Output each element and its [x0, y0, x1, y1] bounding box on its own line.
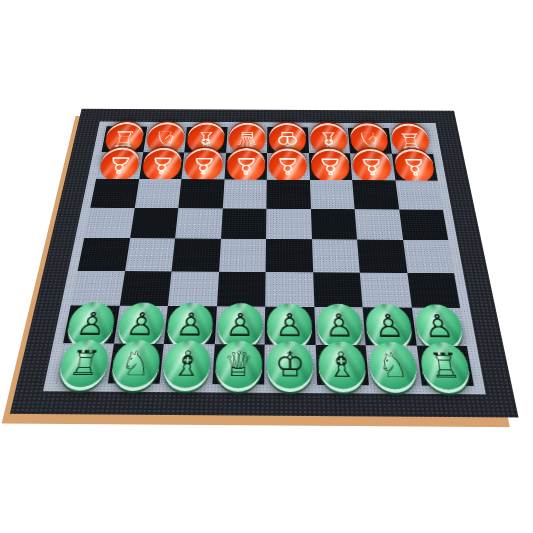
chess-piece-glyph: ♙	[373, 310, 406, 342]
chess-piece-glyph: ♕	[223, 347, 255, 382]
chess-piece-glyph: ♙	[275, 309, 305, 341]
square-e5[interactable]	[266, 208, 312, 239]
board-grid: ♖♘♗♕♔♗♘♖♙♙♙♙♙♙♙♙♙♙♙♙♙♙♙♙♖♘♗♕♔♗♘♖	[55, 126, 474, 386]
chess-piece-glyph: ♘	[376, 348, 410, 383]
piece-red-pawn[interactable]: ♙	[269, 150, 308, 182]
square-d6[interactable]	[222, 179, 266, 208]
square-f5[interactable]	[310, 209, 357, 240]
square-h4[interactable]	[403, 240, 454, 273]
chess-piece-glyph: ♔	[276, 129, 300, 151]
chess-piece-glyph: ♖	[110, 128, 138, 150]
piece-green-bishop[interactable]: ♗	[318, 341, 367, 389]
chess-piece-glyph: ♙	[317, 155, 343, 178]
piece-green-rook[interactable]: ♖	[57, 339, 112, 386]
piece-green-king[interactable]: ♔	[267, 341, 314, 389]
square-b8[interactable]: ♘	[143, 127, 187, 153]
chess-piece-glyph: ♙	[225, 309, 255, 341]
piece-green-knight[interactable]: ♘	[368, 342, 419, 390]
square-h8[interactable]: ♖	[388, 128, 433, 154]
piece-red-pawn[interactable]: ♙	[352, 151, 393, 183]
chess-piece-glyph: ♙	[74, 308, 109, 340]
chess-piece-glyph: ♕	[234, 129, 259, 151]
square-a3[interactable]	[71, 270, 125, 305]
square-d2[interactable]: ♙	[214, 306, 265, 344]
square-g1[interactable]: ♘	[366, 345, 422, 386]
chess-piece-glyph: ♙	[400, 155, 428, 178]
piece-green-knight[interactable]: ♘	[109, 340, 161, 387]
square-a2[interactable]: ♙	[63, 305, 119, 343]
chess-piece-glyph: ♙	[324, 310, 355, 342]
piece-red-pawn[interactable]: ♙	[310, 151, 350, 183]
square-d5[interactable]	[221, 208, 267, 239]
square-d1[interactable]: ♕	[212, 344, 265, 385]
chess-piece-glyph: ♙	[105, 154, 134, 177]
square-a6[interactable]	[90, 179, 138, 208]
square-g5[interactable]	[355, 209, 403, 240]
chess-piece-glyph: ♔	[275, 347, 306, 382]
square-d7[interactable]: ♙	[224, 152, 267, 179]
square-f7[interactable]: ♙	[309, 153, 353, 180]
square-e3[interactable]	[265, 272, 314, 307]
square-c5[interactable]	[175, 208, 222, 239]
square-b2[interactable]: ♙	[113, 306, 167, 344]
square-f6[interactable]	[309, 180, 354, 209]
square-c2[interactable]: ♙	[164, 306, 217, 344]
square-c3[interactable]	[168, 271, 219, 306]
square-c1[interactable]: ♗	[160, 343, 215, 384]
chess-piece-glyph: ♖	[66, 346, 102, 381]
square-b6[interactable]	[134, 179, 181, 208]
chess-piece-glyph: ♗	[193, 129, 219, 151]
square-d3[interactable]	[216, 271, 265, 306]
square-h7[interactable]: ♙	[391, 153, 437, 180]
photo-background: ♖♘♗♕♔♗♘♖♙♙♙♙♙♙♙♙♙♙♙♙♙♙♙♙♖♘♗♕♔♗♘♖	[0, 0, 533, 533]
square-g3[interactable]	[360, 272, 412, 307]
square-g7[interactable]: ♙	[350, 153, 395, 180]
chess-piece-glyph: ♘	[118, 346, 153, 381]
square-a4[interactable]	[78, 238, 130, 271]
square-h6[interactable]	[395, 180, 443, 209]
board-perspective-wrapper: ♖♘♗♕♔♗♘♖♙♙♙♙♙♙♙♙♙♙♙♙♙♙♙♙♖♘♗♕♔♗♘♖	[10, 109, 519, 418]
piece-red-pawn[interactable]: ♙	[226, 150, 265, 182]
square-g6[interactable]	[352, 180, 398, 209]
square-a1[interactable]: ♖	[55, 343, 113, 384]
chess-piece-glyph: ♙	[174, 309, 206, 341]
square-c8[interactable]: ♗	[184, 127, 227, 153]
square-e7[interactable]: ♙	[267, 153, 310, 180]
square-g4[interactable]	[357, 240, 407, 273]
square-h5[interactable]	[399, 209, 449, 240]
square-a8[interactable]: ♖	[102, 126, 147, 152]
piece-red-pawn[interactable]: ♙	[183, 150, 224, 182]
square-e6[interactable]	[266, 180, 310, 209]
chess-piece-glyph: ♙	[359, 155, 386, 178]
square-c6[interactable]	[178, 179, 224, 208]
chess-piece-glyph: ♙	[275, 155, 300, 178]
chess-piece-glyph: ♖	[427, 348, 463, 383]
chess-piece-glyph: ♙	[422, 310, 456, 342]
chess-piece-glyph: ♙	[148, 154, 176, 177]
piece-red-pawn[interactable]: ♙	[98, 150, 141, 182]
square-e2[interactable]: ♙	[265, 307, 315, 345]
chess-piece-glyph: ♙	[190, 154, 217, 177]
chess-piece-glyph: ♗	[316, 129, 341, 151]
square-c7[interactable]: ♙	[181, 152, 225, 179]
square-h2[interactable]: ♙	[411, 308, 466, 346]
square-d4[interactable]	[219, 239, 266, 272]
chess-piece-glyph: ♗	[326, 347, 358, 382]
square-a5[interactable]	[84, 207, 134, 238]
square-h1[interactable]: ♖	[416, 345, 474, 386]
chess-piece-glyph: ♖	[397, 130, 425, 152]
square-b3[interactable]	[119, 271, 171, 306]
square-f4[interactable]	[312, 239, 360, 272]
square-a7[interactable]: ♙	[96, 152, 143, 179]
chess-board: ♖♘♗♕♔♗♘♖♙♙♙♙♙♙♙♙♙♙♙♙♙♙♙♙♖♘♗♕♔♗♘♖	[10, 109, 519, 418]
square-f2[interactable]: ♙	[314, 307, 366, 345]
square-b7[interactable]: ♙	[139, 152, 185, 179]
board-inner-margin: ♖♘♗♕♔♗♘♖♙♙♙♙♙♙♙♙♙♙♙♙♙♙♙♙♖♘♗♕♔♗♘♖	[43, 121, 486, 394]
square-f3[interactable]	[313, 272, 363, 307]
piece-green-queen[interactable]: ♕	[214, 340, 262, 388]
square-b5[interactable]	[130, 208, 179, 239]
square-c4[interactable]	[172, 238, 221, 271]
chess-piece-glyph: ♘	[152, 128, 179, 150]
square-e1[interactable]: ♔	[264, 344, 316, 385]
chess-piece-glyph: ♙	[124, 308, 157, 340]
square-e8[interactable]: ♔	[267, 127, 308, 153]
chess-piece-glyph: ♙	[233, 154, 259, 177]
piece-green-rook[interactable]: ♖	[418, 342, 472, 390]
piece-red-pawn[interactable]: ♙	[140, 150, 182, 182]
chess-piece-glyph: ♘	[356, 129, 382, 151]
square-f8[interactable]: ♗	[308, 127, 350, 153]
board-scene: ♖♘♗♕♔♗♘♖♙♙♙♙♙♙♙♙♙♙♙♙♙♙♙♙♖♘♗♕♔♗♘♖	[0, 0, 533, 533]
square-b1[interactable]: ♘	[107, 343, 164, 384]
square-g8[interactable]: ♘	[348, 128, 392, 154]
piece-red-pawn[interactable]: ♙	[393, 151, 436, 183]
piece-green-bishop[interactable]: ♗	[162, 340, 212, 388]
square-d8[interactable]: ♕	[226, 127, 268, 153]
square-b4[interactable]	[125, 238, 175, 271]
square-h3[interactable]	[407, 273, 460, 308]
square-g2[interactable]: ♙	[363, 307, 417, 345]
square-f1[interactable]: ♗	[315, 344, 369, 385]
square-e4[interactable]	[266, 239, 313, 272]
chess-piece-glyph: ♗	[171, 346, 204, 381]
